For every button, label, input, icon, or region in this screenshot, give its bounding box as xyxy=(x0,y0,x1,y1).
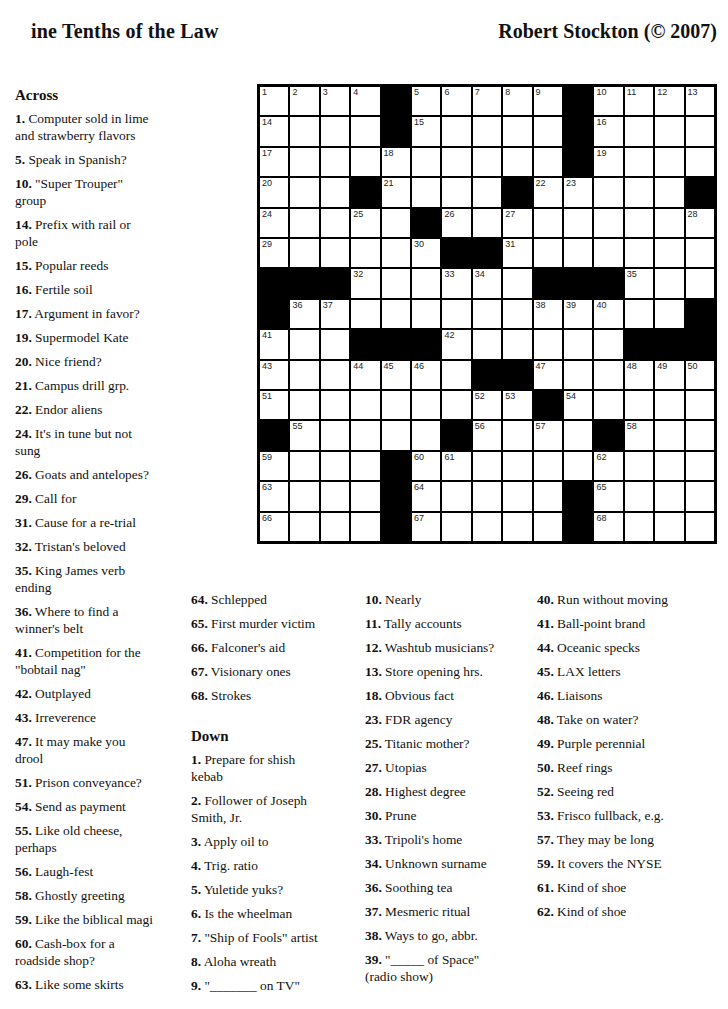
grid-cell[interactable]: 6 xyxy=(442,87,470,115)
clue-down-33: 33. Tripoli's home xyxy=(365,831,539,848)
grid-cell[interactable] xyxy=(473,300,501,328)
grid-cell[interactable] xyxy=(625,391,653,419)
grid-cell[interactable] xyxy=(321,178,349,206)
grid-cell[interactable]: 42 xyxy=(442,330,470,358)
grid-cell[interactable] xyxy=(625,300,653,328)
grid-cell[interactable] xyxy=(534,330,562,358)
grid-cell[interactable]: 53 xyxy=(503,391,531,419)
grid-cell[interactable] xyxy=(321,148,349,176)
clue-number: 1. xyxy=(191,752,201,767)
grid-cell[interactable]: 15 xyxy=(412,117,440,145)
grid-cell[interactable]: 12 xyxy=(655,87,683,115)
grid-cell[interactable]: 44 xyxy=(351,361,379,389)
grid-cell[interactable] xyxy=(564,452,592,480)
clue-number: 51. xyxy=(15,775,32,790)
grid-cell[interactable] xyxy=(594,391,622,419)
black-cell xyxy=(564,117,592,145)
grid-cell[interactable] xyxy=(625,117,653,145)
grid-cell[interactable] xyxy=(442,361,470,389)
grid-cell[interactable] xyxy=(290,209,318,237)
grid-cell[interactable] xyxy=(442,391,470,419)
grid-cell[interactable] xyxy=(290,391,318,419)
grid-cell[interactable] xyxy=(686,269,714,297)
grid-cell[interactable] xyxy=(412,391,440,419)
grid-cell[interactable] xyxy=(625,513,653,541)
grid-cell[interactable]: 20 xyxy=(260,178,288,206)
grid-cell[interactable]: 55 xyxy=(290,421,318,449)
grid-cell[interactable]: 50 xyxy=(686,361,714,389)
grid-cell[interactable] xyxy=(564,209,592,237)
clue-number: 45. xyxy=(537,664,554,679)
black-cell xyxy=(564,148,592,176)
grid-cell[interactable] xyxy=(594,209,622,237)
cell-number: 3 xyxy=(323,87,328,98)
grid-cell[interactable] xyxy=(503,330,531,358)
grid-cell[interactable]: 13 xyxy=(686,87,714,115)
grid-cell[interactable]: 40 xyxy=(594,300,622,328)
clue-number: 39. xyxy=(365,952,382,967)
grid-cell[interactable] xyxy=(412,269,440,297)
grid-cell[interactable] xyxy=(412,148,440,176)
clue-down-18: 18. Obvious fact xyxy=(365,687,539,704)
grid-cell[interactable] xyxy=(351,117,379,145)
grid-cell[interactable]: 16 xyxy=(594,117,622,145)
grid-cell[interactable]: 9 xyxy=(534,87,562,115)
grid-cell[interactable]: 30 xyxy=(412,239,440,267)
black-cell xyxy=(686,178,714,206)
grid-cell[interactable]: 67 xyxy=(412,513,440,541)
grid-cell[interactable] xyxy=(351,239,379,267)
grid-cell[interactable]: 60 xyxy=(412,452,440,480)
grid-cell[interactable] xyxy=(686,148,714,176)
black-cell xyxy=(351,330,379,358)
grid-cell[interactable]: 14 xyxy=(260,117,288,145)
grid-cell[interactable] xyxy=(686,117,714,145)
grid-cell[interactable] xyxy=(503,300,531,328)
grid-cell[interactable]: 1 xyxy=(260,87,288,115)
clue-down-40: 40. Run without moving xyxy=(537,591,725,608)
grid-cell[interactable] xyxy=(473,117,501,145)
clue-across-26: 26. Goats and antelopes? xyxy=(15,466,197,483)
cell-number: 1 xyxy=(262,87,267,98)
grid-cell[interactable]: 63 xyxy=(260,482,288,510)
grid-cell[interactable] xyxy=(503,117,531,145)
grid-cell[interactable] xyxy=(351,452,379,480)
grid-cell[interactable]: 25 xyxy=(351,209,379,237)
clue-across-32: 32. Tristan's beloved xyxy=(15,538,197,555)
grid-cell[interactable]: 68 xyxy=(594,513,622,541)
clue-down-62: 62. Kind of shoe xyxy=(537,903,725,920)
grid-cell[interactable] xyxy=(686,513,714,541)
grid-cell[interactable]: 43 xyxy=(260,361,288,389)
grid-cell[interactable] xyxy=(655,452,683,480)
grid-cell[interactable] xyxy=(290,148,318,176)
clue-number: 8. xyxy=(191,954,201,969)
grid-cell[interactable] xyxy=(382,300,410,328)
clue-down-25: 25. Titanic mother? xyxy=(365,735,539,752)
grid-cell[interactable] xyxy=(473,148,501,176)
clue-down-37: 37. Mesmeric ritual xyxy=(365,903,539,920)
grid-cell[interactable] xyxy=(564,239,592,267)
grid-cell[interactable]: 7 xyxy=(473,87,501,115)
cell-number: 10 xyxy=(596,87,606,98)
grid-cell[interactable] xyxy=(442,148,470,176)
grid-cell[interactable]: 36 xyxy=(290,300,318,328)
grid-cell[interactable] xyxy=(351,482,379,510)
grid-cell[interactable] xyxy=(503,513,531,541)
grid-cell[interactable]: 61 xyxy=(442,452,470,480)
clue-down-44: 44. Oceanic specks xyxy=(537,639,725,656)
cell-number: 38 xyxy=(536,300,546,311)
cell-number: 66 xyxy=(262,513,272,524)
cell-number: 30 xyxy=(414,239,424,250)
grid-cell[interactable] xyxy=(534,482,562,510)
down-clue-list-1: 1. Prepare for shish kebab2. Follower of… xyxy=(191,751,363,994)
clue-number: 36. xyxy=(365,880,382,895)
grid-cell[interactable] xyxy=(412,300,440,328)
cell-number: 13 xyxy=(688,87,698,98)
grid-cell[interactable] xyxy=(442,513,470,541)
grid-cell[interactable]: 11 xyxy=(625,87,653,115)
grid-cell[interactable] xyxy=(442,300,470,328)
grid-cell[interactable] xyxy=(534,239,562,267)
grid-cell[interactable] xyxy=(686,421,714,449)
grid-cell[interactable] xyxy=(534,513,562,541)
grid-cell[interactable] xyxy=(321,117,349,145)
grid-cell[interactable] xyxy=(351,421,379,449)
grid-cell[interactable]: 64 xyxy=(412,482,440,510)
grid-cell[interactable] xyxy=(382,421,410,449)
grid-cell[interactable]: 19 xyxy=(594,148,622,176)
clue-number: 55. xyxy=(15,823,32,838)
grid-cell[interactable]: 33 xyxy=(442,269,470,297)
cell-number: 33 xyxy=(444,269,454,280)
grid-cell[interactable]: 62 xyxy=(594,452,622,480)
grid-cell[interactable] xyxy=(442,482,470,510)
grid-cell[interactable] xyxy=(625,452,653,480)
cell-number: 60 xyxy=(414,452,424,463)
black-cell xyxy=(503,178,531,206)
grid-cell[interactable] xyxy=(655,209,683,237)
clue-across-21: 21. Campus drill grp. xyxy=(15,377,197,394)
grid-cell[interactable] xyxy=(655,239,683,267)
clue-number: 33. xyxy=(365,832,382,847)
grid-cell[interactable]: 57 xyxy=(534,421,562,449)
grid-cell[interactable] xyxy=(382,269,410,297)
grid-cell[interactable] xyxy=(503,482,531,510)
grid-cell[interactable] xyxy=(655,117,683,145)
grid-cell[interactable] xyxy=(686,239,714,267)
grid-cell[interactable] xyxy=(594,330,622,358)
grid-cell[interactable] xyxy=(655,300,683,328)
clue-number: 54. xyxy=(15,799,32,814)
grid-cell[interactable] xyxy=(534,148,562,176)
clue-number: 64. xyxy=(191,592,208,607)
grid-cell[interactable]: 32 xyxy=(351,269,379,297)
grid-cell[interactable] xyxy=(290,513,318,541)
grid-cell[interactable] xyxy=(473,513,501,541)
cell-number: 59 xyxy=(262,452,272,463)
clue-number: 28. xyxy=(365,784,382,799)
grid-cell[interactable] xyxy=(655,178,683,206)
grid-cell[interactable] xyxy=(473,330,501,358)
grid-cell[interactable]: 21 xyxy=(382,178,410,206)
cell-number: 21 xyxy=(384,178,394,189)
clue-number: 3. xyxy=(191,834,201,849)
grid-cell[interactable]: 3 xyxy=(321,87,349,115)
grid-cell[interactable]: 28 xyxy=(686,209,714,237)
grid-cell[interactable]: 23 xyxy=(564,178,592,206)
grid-cell[interactable] xyxy=(564,330,592,358)
clue-number: 62. xyxy=(537,904,554,919)
black-cell xyxy=(382,513,410,541)
grid-cell[interactable] xyxy=(503,269,531,297)
cell-number: 11 xyxy=(627,87,636,98)
grid-cell[interactable] xyxy=(655,482,683,510)
cell-number: 5 xyxy=(414,87,419,98)
black-cell xyxy=(382,482,410,510)
black-cell xyxy=(260,421,288,449)
cell-number: 7 xyxy=(475,87,480,98)
clue-down-6: 6. Is the wheelman xyxy=(191,905,363,922)
grid-cell[interactable]: 29 xyxy=(260,239,288,267)
grid-cell[interactable] xyxy=(503,452,531,480)
grid-cell[interactable] xyxy=(473,482,501,510)
grid-cell[interactable] xyxy=(351,300,379,328)
cell-number: 32 xyxy=(353,269,363,280)
grid-cell[interactable] xyxy=(351,513,379,541)
grid-cell[interactable] xyxy=(290,452,318,480)
grid-cell[interactable]: 65 xyxy=(594,482,622,510)
black-cell xyxy=(260,300,288,328)
clue-number: 5. xyxy=(191,882,201,897)
cell-number: 34 xyxy=(475,269,485,280)
black-cell xyxy=(442,239,470,267)
grid-cell[interactable] xyxy=(534,452,562,480)
black-cell xyxy=(564,87,592,115)
grid-cell[interactable] xyxy=(290,330,318,358)
grid-cell[interactable]: 66 xyxy=(260,513,288,541)
clue-number: 59. xyxy=(15,912,32,927)
grid-cell[interactable]: 17 xyxy=(260,148,288,176)
cell-number: 46 xyxy=(414,361,424,372)
cell-number: 26 xyxy=(444,209,454,220)
grid-cell[interactable] xyxy=(290,178,318,206)
cell-number: 15 xyxy=(414,117,424,128)
grid-cell[interactable]: 45 xyxy=(382,361,410,389)
grid-cell[interactable] xyxy=(534,209,562,237)
grid-cell[interactable]: 41 xyxy=(260,330,288,358)
clue-number: 2. xyxy=(191,793,201,808)
clue-number: 50. xyxy=(537,760,554,775)
cell-number: 44 xyxy=(353,361,363,372)
cell-number: 16 xyxy=(596,117,606,128)
grid-cell[interactable]: 37 xyxy=(321,300,349,328)
grid-cell[interactable] xyxy=(321,209,349,237)
grid-cell[interactable]: 59 xyxy=(260,452,288,480)
grid-cell[interactable] xyxy=(321,239,349,267)
grid-cell[interactable] xyxy=(351,391,379,419)
grid-cell[interactable] xyxy=(382,391,410,419)
cell-number: 23 xyxy=(566,178,576,189)
grid-cell[interactable] xyxy=(473,209,501,237)
grid-cell[interactable] xyxy=(655,269,683,297)
grid-cell[interactable] xyxy=(625,178,653,206)
grid-cell[interactable]: 2 xyxy=(290,87,318,115)
grid-cell[interactable]: 54 xyxy=(564,391,592,419)
clue-down-7: 7. "Ship of Fools" artist xyxy=(191,929,363,946)
clue-number: 68. xyxy=(191,688,208,703)
black-cell xyxy=(564,269,592,297)
cell-number: 20 xyxy=(262,178,272,189)
grid-cell[interactable] xyxy=(473,178,501,206)
grid-cell[interactable]: 18 xyxy=(382,148,410,176)
grid-cell[interactable] xyxy=(382,239,410,267)
grid-cell[interactable]: 39 xyxy=(564,300,592,328)
grid-cell[interactable] xyxy=(655,421,683,449)
black-cell xyxy=(382,452,410,480)
clue-down-45: 45. LAX letters xyxy=(537,663,725,680)
clue-number: 9. xyxy=(191,978,201,993)
grid-cell[interactable]: 26 xyxy=(442,209,470,237)
grid-cell[interactable] xyxy=(321,513,349,541)
clue-across-24: 24. It's in tune but not sung xyxy=(15,425,197,459)
cell-number: 54 xyxy=(566,391,576,402)
grid-cell[interactable] xyxy=(442,178,470,206)
clue-down-27: 27. Utopias xyxy=(365,759,539,776)
clue-number: 67. xyxy=(191,664,208,679)
grid-cell[interactable] xyxy=(321,482,349,510)
grid-cell[interactable]: 46 xyxy=(412,361,440,389)
clues-column-2: 64. Schlepped65. First murder victim66. … xyxy=(191,591,363,1001)
grid-cell[interactable]: 24 xyxy=(260,209,288,237)
grid-cell[interactable] xyxy=(321,330,349,358)
clue-number: 30. xyxy=(365,808,382,823)
across-clues-column: Across 1. Computer sold in lime and stra… xyxy=(15,87,197,1000)
grid-cell[interactable]: 5 xyxy=(412,87,440,115)
clue-across-5: 5. Speak in Spanish? xyxy=(15,151,197,168)
grid-cell[interactable] xyxy=(594,239,622,267)
grid-cell[interactable] xyxy=(503,421,531,449)
grid-cell[interactable]: 10 xyxy=(594,87,622,115)
cell-number: 4 xyxy=(353,87,358,98)
cell-number: 12 xyxy=(657,87,667,98)
grid-cell[interactable] xyxy=(351,148,379,176)
grid-cell[interactable] xyxy=(655,148,683,176)
grid-cell[interactable]: 31 xyxy=(503,239,531,267)
grid-cell[interactable] xyxy=(321,452,349,480)
grid-cell[interactable] xyxy=(473,452,501,480)
grid-cell[interactable] xyxy=(564,421,592,449)
grid-cell[interactable]: 22 xyxy=(534,178,562,206)
grid-cell[interactable]: 56 xyxy=(473,421,501,449)
clue-across-1: 1. Computer sold in lime and strawberry … xyxy=(15,110,197,144)
clue-across-15: 15. Popular reeds xyxy=(15,257,197,274)
grid-cell[interactable]: 34 xyxy=(473,269,501,297)
grid-cell[interactable] xyxy=(321,391,349,419)
clue-down-50: 50. Reef rings xyxy=(537,759,725,776)
grid-cell[interactable] xyxy=(686,452,714,480)
cell-number: 39 xyxy=(566,300,576,311)
clue-across-67: 67. Visionary ones xyxy=(191,663,363,680)
grid-cell[interactable]: 49 xyxy=(655,361,683,389)
clue-across-54: 54. Send as payment xyxy=(15,798,197,815)
clue-across-14: 14. Prefix with rail or pole xyxy=(15,216,197,250)
black-cell xyxy=(382,87,410,115)
clue-number: 13. xyxy=(365,664,382,679)
grid-cell[interactable] xyxy=(655,391,683,419)
clue-number: 26. xyxy=(15,467,32,482)
clue-across-68: 68. Strokes xyxy=(191,687,363,704)
grid-cell[interactable] xyxy=(321,361,349,389)
grid-cell[interactable] xyxy=(412,421,440,449)
grid-cell[interactable] xyxy=(412,178,440,206)
grid-cell[interactable] xyxy=(534,117,562,145)
grid-cell[interactable]: 47 xyxy=(534,361,562,389)
grid-cell[interactable]: 48 xyxy=(625,361,653,389)
grid-cell[interactable] xyxy=(625,482,653,510)
clue-down-30: 30. Prune xyxy=(365,807,539,824)
clue-down-8: 8. Aloha wreath xyxy=(191,953,363,970)
black-cell xyxy=(382,330,410,358)
clue-down-2: 2. Follower of Joseph Smith, Jr. xyxy=(191,792,363,826)
grid-cell[interactable] xyxy=(655,513,683,541)
grid-cell[interactable]: 38 xyxy=(534,300,562,328)
grid-cell[interactable] xyxy=(290,239,318,267)
black-cell xyxy=(321,269,349,297)
grid-cell[interactable] xyxy=(625,239,653,267)
grid-cell[interactable] xyxy=(686,482,714,510)
clue-across-43: 43. Irreverence xyxy=(15,709,197,726)
clue-down-38: 38. Ways to go, abbr. xyxy=(365,927,539,944)
grid-cell[interactable]: 27 xyxy=(503,209,531,237)
grid-cell[interactable] xyxy=(625,148,653,176)
cell-number: 51 xyxy=(262,391,272,402)
grid-cell[interactable] xyxy=(594,178,622,206)
grid-cell[interactable] xyxy=(564,361,592,389)
grid-cell[interactable] xyxy=(290,361,318,389)
grid-cell[interactable] xyxy=(686,391,714,419)
clue-number: 15. xyxy=(15,258,32,273)
grid-cell[interactable]: 52 xyxy=(473,391,501,419)
grid-cell[interactable]: 58 xyxy=(625,421,653,449)
black-cell xyxy=(534,391,562,419)
grid-cell[interactable] xyxy=(442,117,470,145)
cell-number: 25 xyxy=(353,209,363,220)
clue-number: 22. xyxy=(15,402,32,417)
clue-down-39: 39. "_____ of Space" (radio show) xyxy=(365,951,539,985)
grid-cell[interactable] xyxy=(321,421,349,449)
grid-cell[interactable] xyxy=(594,361,622,389)
grid-cell[interactable] xyxy=(290,482,318,510)
cell-number: 45 xyxy=(384,361,394,372)
grid-cell[interactable]: 8 xyxy=(503,87,531,115)
clue-down-5: 5. Yuletide yuks? xyxy=(191,881,363,898)
grid-cell[interactable] xyxy=(503,148,531,176)
clue-down-48: 48. Take on water? xyxy=(537,711,725,728)
grid-cell[interactable] xyxy=(290,117,318,145)
crossword-page: ine Tenths of the Law Robert Stockton (©… xyxy=(0,0,728,1009)
grid-cell[interactable]: 4 xyxy=(351,87,379,115)
grid-cell[interactable]: 51 xyxy=(260,391,288,419)
clue-down-59: 59. It covers the NYSE xyxy=(537,855,725,872)
grid-cell[interactable] xyxy=(625,209,653,237)
cell-number: 14 xyxy=(262,117,272,128)
grid-cell[interactable] xyxy=(382,209,410,237)
grid-cell[interactable]: 35 xyxy=(625,269,653,297)
across-clue-list-2: 64. Schlepped65. First murder victim66. … xyxy=(191,591,363,704)
clue-across-59: 59. Like the biblical magi xyxy=(15,911,197,928)
